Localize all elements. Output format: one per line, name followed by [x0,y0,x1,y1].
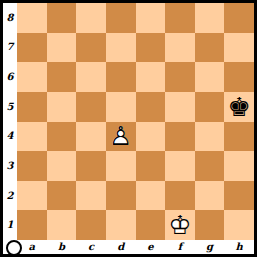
square-b2[interactable] [47,181,77,211]
square-h7[interactable] [224,33,254,63]
square-h6[interactable] [224,62,254,92]
square-e3[interactable] [136,151,166,181]
square-f6[interactable] [165,62,195,92]
square-e6[interactable] [136,62,166,92]
file-label-e: e [136,240,166,254]
square-c8[interactable] [76,3,106,33]
rank-label-3: 3 [3,151,17,181]
square-f8[interactable] [165,3,195,33]
square-b1[interactable] [47,210,77,240]
square-e5[interactable] [136,92,166,122]
turn-indicator-corner [3,240,17,254]
square-g1[interactable] [195,210,225,240]
square-b3[interactable] [47,151,77,181]
square-f1[interactable]: ♚♔ [165,210,195,240]
rank-label-5: 5 [3,92,17,122]
square-a4[interactable] [17,122,47,152]
square-c6[interactable] [76,62,106,92]
square-d6[interactable] [106,62,136,92]
file-label-d: d [106,240,136,254]
square-d5[interactable] [106,92,136,122]
square-g7[interactable] [195,33,225,63]
white-pawn: ♙ [106,122,136,152]
square-d8[interactable] [106,3,136,33]
file-labels: abcdefgh [17,240,254,254]
square-f2[interactable] [165,181,195,211]
rank-label-6: 6 [3,62,17,92]
square-h1[interactable] [224,210,254,240]
rank-label-2: 2 [3,181,17,211]
white-king: ♔ [165,210,195,240]
square-g2[interactable] [195,181,225,211]
rank-label-8: 8 [3,3,17,33]
file-label-g: g [195,240,225,254]
square-c5[interactable] [76,92,106,122]
square-h8[interactable] [224,3,254,33]
white-pawn-fill: ♟ [106,122,136,152]
white-king-fill: ♚ [165,210,195,240]
diagram-layout: 87654321 ♚♟♙♚♔ abcdefgh [3,3,254,254]
square-a2[interactable] [17,181,47,211]
rank-label-4: 4 [3,122,17,152]
square-f7[interactable] [165,33,195,63]
square-c1[interactable] [76,210,106,240]
square-c3[interactable] [76,151,106,181]
square-f4[interactable] [165,122,195,152]
rank-labels: 87654321 [3,3,17,240]
square-h4[interactable] [224,122,254,152]
square-g4[interactable] [195,122,225,152]
square-f5[interactable] [165,92,195,122]
square-d4[interactable]: ♟♙ [106,122,136,152]
square-b4[interactable] [47,122,77,152]
square-b8[interactable] [47,3,77,33]
square-h5[interactable]: ♚ [224,92,254,122]
square-e4[interactable] [136,122,166,152]
square-e7[interactable] [136,33,166,63]
square-g8[interactable] [195,3,225,33]
square-c4[interactable] [76,122,106,152]
square-a5[interactable] [17,92,47,122]
square-a7[interactable] [17,33,47,63]
square-a8[interactable] [17,3,47,33]
square-d3[interactable] [106,151,136,181]
square-d7[interactable] [106,33,136,63]
square-e1[interactable] [136,210,166,240]
square-e2[interactable] [136,181,166,211]
square-h3[interactable] [224,151,254,181]
square-a1[interactable] [17,210,47,240]
file-label-f: f [165,240,195,254]
chess-diagram: 87654321 ♚♟♙♚♔ abcdefgh [0,0,257,257]
black-king: ♚ [224,92,254,122]
square-g6[interactable] [195,62,225,92]
square-d1[interactable] [106,210,136,240]
square-b7[interactable] [47,33,77,63]
square-d2[interactable] [106,181,136,211]
square-b6[interactable] [47,62,77,92]
square-c2[interactable] [76,181,106,211]
file-label-h: h [224,240,254,254]
square-c7[interactable] [76,33,106,63]
square-g3[interactable] [195,151,225,181]
rank-label-7: 7 [3,33,17,63]
square-e8[interactable] [136,3,166,33]
square-f3[interactable] [165,151,195,181]
rank-label-1: 1 [3,210,17,240]
square-a6[interactable] [17,62,47,92]
square-a3[interactable] [17,151,47,181]
white-to-move-indicator [6,240,22,256]
file-label-b: b [47,240,77,254]
file-label-c: c [76,240,106,254]
square-g5[interactable] [195,92,225,122]
square-b5[interactable] [47,92,77,122]
square-h2[interactable] [224,181,254,211]
chess-board: ♚♟♙♚♔ [17,3,254,240]
